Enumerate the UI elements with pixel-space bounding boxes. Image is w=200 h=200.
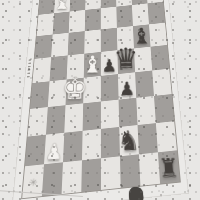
white-pawn-b2[interactable]: ♟: [45, 141, 63, 163]
square-b7[interactable]: [53, 12, 70, 35]
square-e7[interactable]: [101, 7, 117, 30]
square-f2[interactable]: ♞: [119, 125, 139, 156]
board-edge-marking: [27, 59, 31, 79]
square-c1[interactable]: [62, 160, 82, 194]
square-h5[interactable]: [151, 45, 170, 71]
square-e1[interactable]: [101, 156, 121, 190]
square-h7[interactable]: [147, 2, 165, 25]
square-d1[interactable]: [81, 158, 101, 192]
square-h2[interactable]: [156, 121, 177, 152]
square-d7[interactable]: [85, 8, 101, 31]
square-f5[interactable]: ♛: [117, 48, 135, 74]
white-king-c4[interactable]: ♚: [61, 73, 88, 104]
square-c4[interactable]: ♚: [65, 78, 83, 106]
square-a4[interactable]: [30, 81, 49, 109]
square-g2[interactable]: [138, 123, 158, 154]
square-d2[interactable]: [82, 129, 101, 160]
square-f3[interactable]: [119, 98, 138, 127]
board-grid: ♝♝♝♟♛♚♟♟♞✳♜: [22, 0, 180, 198]
square-g3[interactable]: [136, 96, 156, 125]
square-e4[interactable]: [101, 74, 119, 101]
square-h3[interactable]: [154, 94, 174, 123]
square-b1[interactable]: [42, 162, 63, 196]
black-queen-f5[interactable]: ♛: [113, 44, 139, 73]
white-bishop-b8[interactable]: ♝: [53, 0, 73, 12]
square-c3[interactable]: [64, 103, 83, 132]
square-a6[interactable]: [35, 34, 53, 58]
square-f4[interactable]: ♟: [118, 72, 136, 99]
square-c2[interactable]: [63, 131, 83, 162]
square-a2[interactable]: [25, 135, 46, 167]
square-a7[interactable]: [37, 13, 54, 36]
square-c7[interactable]: [69, 10, 86, 33]
corner-emblem-icon: ✳: [28, 178, 38, 188]
black-knight-f2[interactable]: ♞: [118, 127, 141, 155]
square-a5[interactable]: [32, 57, 51, 83]
square-h4[interactable]: [152, 69, 171, 96]
square-e3[interactable]: [101, 100, 119, 129]
square-b6[interactable]: [51, 33, 69, 57]
chess-board-mat: ♝♝♝♟♛♚♟♟♞✳♜: [11, 0, 189, 200]
square-a3[interactable]: [28, 107, 48, 137]
black-pawn-f4[interactable]: ♟: [119, 79, 135, 98]
chessboard-photo: ♝♝♝♟♛♚♟♟♞✳♜: [0, 0, 200, 200]
square-b3[interactable]: [46, 105, 66, 134]
photo-speck: [160, 194, 162, 196]
square-h1[interactable]: ♜: [158, 150, 180, 183]
square-b8[interactable]: ♝: [54, 0, 70, 13]
square-g1[interactable]: [139, 152, 160, 185]
black-rook-h1[interactable]: ♜: [158, 156, 180, 182]
square-b2[interactable]: ♟: [44, 133, 64, 165]
square-f1[interactable]: [120, 154, 140, 188]
